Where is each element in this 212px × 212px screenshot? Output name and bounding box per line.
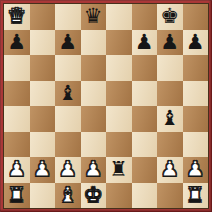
piece-white-pawn-g2[interactable]: ♟: [157, 157, 183, 183]
square-f4[interactable]: [132, 106, 158, 132]
square-d3[interactable]: [81, 132, 107, 158]
square-c6[interactable]: [55, 55, 81, 81]
square-c7[interactable]: ♟: [55, 30, 81, 56]
piece-black-bishop-g4[interactable]: ♝: [157, 106, 183, 132]
square-e7[interactable]: [106, 30, 132, 56]
square-c1[interactable]: ♝: [55, 183, 81, 209]
square-b6[interactable]: [30, 55, 56, 81]
piece-white-queen-a8[interactable]: ♛: [4, 4, 30, 30]
piece-black-pawn-g7[interactable]: ♟: [157, 30, 183, 56]
square-f7[interactable]: ♟: [132, 30, 158, 56]
piece-white-pawn-a2[interactable]: ♟: [4, 157, 30, 183]
piece-black-king-g8[interactable]: ♚: [157, 4, 183, 30]
square-d4[interactable]: [81, 106, 107, 132]
square-g3[interactable]: [157, 132, 183, 158]
square-g1[interactable]: [157, 183, 183, 209]
square-a6[interactable]: [4, 55, 30, 81]
square-b2[interactable]: ♟: [30, 157, 56, 183]
square-g7[interactable]: ♟: [157, 30, 183, 56]
square-c3[interactable]: [55, 132, 81, 158]
square-e8[interactable]: [106, 4, 132, 30]
piece-black-pawn-f7[interactable]: ♟: [132, 30, 158, 56]
square-a4[interactable]: [4, 106, 30, 132]
square-d1[interactable]: ♚: [81, 183, 107, 209]
piece-white-pawn-d2[interactable]: ♟: [81, 157, 107, 183]
square-c4[interactable]: [55, 106, 81, 132]
piece-black-pawn-a7[interactable]: ♟: [4, 30, 30, 56]
square-e3[interactable]: [106, 132, 132, 158]
square-b8[interactable]: [30, 4, 56, 30]
square-a3[interactable]: [4, 132, 30, 158]
square-h7[interactable]: ♟: [183, 30, 209, 56]
square-h8[interactable]: [183, 4, 209, 30]
square-g2[interactable]: ♟: [157, 157, 183, 183]
chess-board-frame: ♛♛♚♟♟♟♟♟♝♝♟♟♟♟♜♟♟♜♝♚♜: [0, 0, 212, 212]
piece-white-bishop-c1[interactable]: ♝: [55, 183, 81, 209]
square-h3[interactable]: [183, 132, 209, 158]
square-b7[interactable]: [30, 30, 56, 56]
square-b3[interactable]: [30, 132, 56, 158]
square-c5[interactable]: ♝: [55, 81, 81, 107]
square-f8[interactable]: [132, 4, 158, 30]
square-h2[interactable]: ♟: [183, 157, 209, 183]
square-d7[interactable]: [81, 30, 107, 56]
square-a8[interactable]: ♛: [4, 4, 30, 30]
square-e5[interactable]: [106, 81, 132, 107]
square-h4[interactable]: [183, 106, 209, 132]
square-a7[interactable]: ♟: [4, 30, 30, 56]
piece-black-pawn-h7[interactable]: ♟: [183, 30, 209, 56]
square-f5[interactable]: [132, 81, 158, 107]
square-e4[interactable]: [106, 106, 132, 132]
piece-white-pawn-c2[interactable]: ♟: [55, 157, 81, 183]
piece-white-pawn-b2[interactable]: ♟: [30, 157, 56, 183]
square-f6[interactable]: [132, 55, 158, 81]
piece-white-rook-a1[interactable]: ♜: [4, 183, 30, 209]
square-e2[interactable]: ♜: [106, 157, 132, 183]
square-f1[interactable]: [132, 183, 158, 209]
piece-black-pawn-c7[interactable]: ♟: [55, 30, 81, 56]
square-b4[interactable]: [30, 106, 56, 132]
square-g4[interactable]: ♝: [157, 106, 183, 132]
piece-black-queen-d8[interactable]: ♛: [81, 4, 107, 30]
square-h1[interactable]: ♜: [183, 183, 209, 209]
square-e6[interactable]: [106, 55, 132, 81]
piece-white-pawn-h2[interactable]: ♟: [183, 157, 209, 183]
square-d2[interactable]: ♟: [81, 157, 107, 183]
square-f2[interactable]: [132, 157, 158, 183]
square-g8[interactable]: ♚: [157, 4, 183, 30]
square-a1[interactable]: ♜: [4, 183, 30, 209]
square-d8[interactable]: ♛: [81, 4, 107, 30]
square-h5[interactable]: [183, 81, 209, 107]
square-a2[interactable]: ♟: [4, 157, 30, 183]
piece-white-rook-h1[interactable]: ♜: [183, 183, 209, 209]
piece-white-king-d1[interactable]: ♚: [81, 183, 107, 209]
square-f3[interactable]: [132, 132, 158, 158]
square-c8[interactable]: [55, 4, 81, 30]
square-c2[interactable]: ♟: [55, 157, 81, 183]
square-d5[interactable]: [81, 81, 107, 107]
square-g5[interactable]: [157, 81, 183, 107]
chess-board: ♛♛♚♟♟♟♟♟♝♝♟♟♟♟♜♟♟♜♝♚♜: [3, 3, 209, 209]
piece-black-bishop-c5[interactable]: ♝: [55, 81, 81, 107]
square-b5[interactable]: [30, 81, 56, 107]
square-g6[interactable]: [157, 55, 183, 81]
square-e1[interactable]: [106, 183, 132, 209]
square-b1[interactable]: [30, 183, 56, 209]
square-d6[interactable]: [81, 55, 107, 81]
piece-black-rook-e2[interactable]: ♜: [106, 157, 132, 183]
square-h6[interactable]: [183, 55, 209, 81]
square-a5[interactable]: [4, 81, 30, 107]
